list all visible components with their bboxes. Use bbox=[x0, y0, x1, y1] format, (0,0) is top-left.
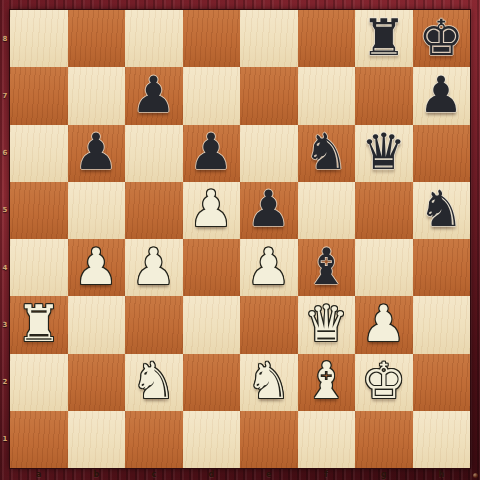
square-g4[interactable] bbox=[355, 239, 413, 296]
black-pawn[interactable]: ♟ bbox=[246, 184, 291, 234]
square-g5[interactable] bbox=[355, 182, 413, 239]
square-e7[interactable] bbox=[240, 67, 298, 124]
square-f5[interactable] bbox=[298, 182, 356, 239]
square-a6[interactable] bbox=[10, 125, 68, 182]
square-h2[interactable] bbox=[413, 354, 471, 411]
rank-label-7: 7 bbox=[0, 67, 10, 124]
file-label-e: e bbox=[240, 468, 298, 480]
square-g3[interactable]: ♟ bbox=[355, 296, 413, 353]
black-rook[interactable]: ♜ bbox=[361, 13, 406, 63]
rank-label-5: 5 bbox=[0, 182, 10, 239]
square-f4[interactable]: ♝ bbox=[298, 239, 356, 296]
square-c3[interactable] bbox=[125, 296, 183, 353]
square-e8[interactable] bbox=[240, 10, 298, 67]
file-label-g: g bbox=[355, 468, 413, 480]
rank-label-8: 8 bbox=[0, 10, 10, 67]
square-g7[interactable] bbox=[355, 67, 413, 124]
white-pawn[interactable]: ♟ bbox=[361, 299, 406, 349]
square-f6[interactable]: ♞ bbox=[298, 125, 356, 182]
rank-label-1: 1 bbox=[0, 411, 10, 468]
square-f8[interactable] bbox=[298, 10, 356, 67]
square-b7[interactable] bbox=[68, 67, 126, 124]
white-pawn[interactable]: ♟ bbox=[74, 242, 119, 292]
white-pawn[interactable]: ♟ bbox=[246, 242, 291, 292]
file-label-d: d bbox=[183, 468, 241, 480]
black-pawn[interactable]: ♟ bbox=[419, 70, 464, 120]
square-c1[interactable] bbox=[125, 411, 183, 468]
square-a1[interactable] bbox=[10, 411, 68, 468]
square-d1[interactable] bbox=[183, 411, 241, 468]
black-pawn[interactable]: ♟ bbox=[189, 127, 234, 177]
black-king[interactable]: ♚ bbox=[419, 13, 464, 63]
rank-label-2: 2 bbox=[0, 354, 10, 411]
square-d4[interactable] bbox=[183, 239, 241, 296]
square-d2[interactable] bbox=[183, 354, 241, 411]
square-e6[interactable] bbox=[240, 125, 298, 182]
rank-label-6: 6 bbox=[0, 125, 10, 182]
square-g6[interactable]: ♛ bbox=[355, 125, 413, 182]
square-a5[interactable] bbox=[10, 182, 68, 239]
white-queen[interactable]: ♛ bbox=[304, 299, 349, 349]
square-h5[interactable]: ♞ bbox=[413, 182, 471, 239]
square-c7[interactable]: ♟ bbox=[125, 67, 183, 124]
square-e3[interactable] bbox=[240, 296, 298, 353]
chess-board: ♜♚♟♟♟♟♞♛♟♟♞♟♟♟♝♜♛♟♞♞♝♚ bbox=[10, 10, 470, 468]
square-e5[interactable]: ♟ bbox=[240, 182, 298, 239]
square-e1[interactable] bbox=[240, 411, 298, 468]
black-pawn[interactable]: ♟ bbox=[131, 70, 176, 120]
square-g1[interactable] bbox=[355, 411, 413, 468]
white-king[interactable]: ♚ bbox=[361, 356, 406, 406]
corner-screw bbox=[473, 473, 478, 478]
square-b4[interactable]: ♟ bbox=[68, 239, 126, 296]
file-label-c: c bbox=[125, 468, 183, 480]
square-h1[interactable] bbox=[413, 411, 471, 468]
square-c6[interactable] bbox=[125, 125, 183, 182]
white-knight[interactable]: ♞ bbox=[246, 356, 291, 406]
file-label-f: f bbox=[298, 468, 356, 480]
square-e2[interactable]: ♞ bbox=[240, 354, 298, 411]
black-queen[interactable]: ♛ bbox=[361, 127, 406, 177]
black-pawn[interactable]: ♟ bbox=[74, 127, 119, 177]
square-h3[interactable] bbox=[413, 296, 471, 353]
square-d8[interactable] bbox=[183, 10, 241, 67]
square-d3[interactable] bbox=[183, 296, 241, 353]
square-h6[interactable] bbox=[413, 125, 471, 182]
square-d6[interactable]: ♟ bbox=[183, 125, 241, 182]
square-g2[interactable]: ♚ bbox=[355, 354, 413, 411]
square-a8[interactable] bbox=[10, 10, 68, 67]
black-bishop[interactable]: ♝ bbox=[304, 242, 349, 292]
file-label-b: b bbox=[68, 468, 126, 480]
square-f7[interactable] bbox=[298, 67, 356, 124]
square-b1[interactable] bbox=[68, 411, 126, 468]
square-d7[interactable] bbox=[183, 67, 241, 124]
white-pawn[interactable]: ♟ bbox=[131, 242, 176, 292]
white-pawn[interactable]: ♟ bbox=[189, 184, 234, 234]
rank-label-3: 3 bbox=[0, 296, 10, 353]
rank-label-4: 4 bbox=[0, 239, 10, 296]
white-rook[interactable]: ♜ bbox=[16, 299, 61, 349]
square-b2[interactable] bbox=[68, 354, 126, 411]
square-a4[interactable] bbox=[10, 239, 68, 296]
square-b8[interactable] bbox=[68, 10, 126, 67]
square-g8[interactable]: ♜ bbox=[355, 10, 413, 67]
square-a3[interactable]: ♜ bbox=[10, 296, 68, 353]
square-c4[interactable]: ♟ bbox=[125, 239, 183, 296]
square-f2[interactable]: ♝ bbox=[298, 354, 356, 411]
black-knight[interactable]: ♞ bbox=[304, 127, 349, 177]
square-a2[interactable] bbox=[10, 354, 68, 411]
file-label-h: h bbox=[413, 468, 471, 480]
board-frame: ♜♚♟♟♟♟♞♛♟♟♞♟♟♟♝♜♛♟♞♞♝♚ 87654321 abcdefgh bbox=[0, 0, 480, 480]
square-a7[interactable] bbox=[10, 67, 68, 124]
black-knight[interactable]: ♞ bbox=[419, 184, 464, 234]
square-h4[interactable] bbox=[413, 239, 471, 296]
square-f3[interactable]: ♛ bbox=[298, 296, 356, 353]
square-d5[interactable]: ♟ bbox=[183, 182, 241, 239]
square-c2[interactable]: ♞ bbox=[125, 354, 183, 411]
square-e4[interactable]: ♟ bbox=[240, 239, 298, 296]
square-f1[interactable] bbox=[298, 411, 356, 468]
file-label-a: a bbox=[10, 468, 68, 480]
white-knight[interactable]: ♞ bbox=[131, 356, 176, 406]
square-h8[interactable]: ♚ bbox=[413, 10, 471, 67]
square-c5[interactable] bbox=[125, 182, 183, 239]
square-b6[interactable]: ♟ bbox=[68, 125, 126, 182]
square-b5[interactable] bbox=[68, 182, 126, 239]
square-c8[interactable] bbox=[125, 10, 183, 67]
square-b3[interactable] bbox=[68, 296, 126, 353]
white-bishop[interactable]: ♝ bbox=[304, 356, 349, 406]
square-h7[interactable]: ♟ bbox=[413, 67, 471, 124]
